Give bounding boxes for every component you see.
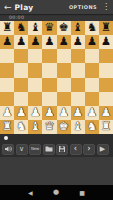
dropdown-button[interactable]: ∨ xyxy=(16,144,28,155)
square-e5[interactable] xyxy=(57,63,71,77)
nav-back-icon[interactable]: ◀ xyxy=(28,190,33,196)
open-button[interactable] xyxy=(43,144,55,155)
white-bishop: ♝ xyxy=(30,121,40,133)
android-nav-bar: ◀ ● ■ xyxy=(0,185,113,200)
square-b5[interactable] xyxy=(14,63,28,77)
chevron-right-icon: › xyxy=(87,145,90,153)
white-pawn: ♟ xyxy=(44,107,54,119)
square-e4[interactable] xyxy=(57,78,71,92)
square-g6[interactable] xyxy=(85,49,99,63)
speaker-icon xyxy=(4,145,12,153)
square-c4[interactable] xyxy=(28,78,42,92)
square-e7[interactable]: ♟ xyxy=(57,35,71,49)
page-title: Play xyxy=(15,3,34,12)
square-g4[interactable] xyxy=(85,78,99,92)
square-c6[interactable] xyxy=(28,49,42,63)
play-button[interactable]: ▶ xyxy=(97,144,109,155)
folder-icon xyxy=(45,145,53,153)
black-pawn: ♟ xyxy=(30,36,40,48)
square-a1[interactable]: ♜ xyxy=(0,120,14,134)
square-f6[interactable] xyxy=(71,49,85,63)
square-h7[interactable]: ♟ xyxy=(99,35,113,49)
square-d1[interactable]: ♛ xyxy=(42,120,56,134)
new-game-label: New xyxy=(31,147,39,151)
white-rook: ♜ xyxy=(101,121,111,133)
sound-button[interactable] xyxy=(2,144,14,155)
step-back-button[interactable]: ‹ xyxy=(70,144,82,155)
move-indicator-strip xyxy=(0,134,113,141)
white-knight: ♞ xyxy=(87,121,97,133)
black-pawn: ♟ xyxy=(73,36,83,48)
white-pawn: ♟ xyxy=(101,107,111,119)
black-bishop: ♝ xyxy=(73,22,83,34)
white-pawn: ♟ xyxy=(73,107,83,119)
white-bishop: ♝ xyxy=(73,121,83,133)
black-rook: ♜ xyxy=(101,22,111,34)
app-bar: ← Play OPTIONS ⋮ xyxy=(0,0,113,14)
new-game-button[interactable]: New xyxy=(29,144,41,155)
white-to-move-indicator xyxy=(4,136,8,140)
square-d6[interactable] xyxy=(42,49,56,63)
black-knight: ♞ xyxy=(16,22,26,34)
square-h4[interactable] xyxy=(99,78,113,92)
white-pawn: ♟ xyxy=(16,107,26,119)
lower-panel xyxy=(0,157,113,185)
square-f4[interactable] xyxy=(71,78,85,92)
square-g5[interactable] xyxy=(85,63,99,77)
black-pawn: ♟ xyxy=(87,36,97,48)
chevron-down-icon: ∨ xyxy=(19,146,24,153)
white-pawn: ♟ xyxy=(30,107,40,119)
nav-recents-icon[interactable]: ■ xyxy=(79,190,85,196)
black-pawn: ♟ xyxy=(58,36,68,48)
black-pawn: ♟ xyxy=(44,36,54,48)
square-b4[interactable] xyxy=(14,78,28,92)
chess-board[interactable]: ♜♞♝♛♚♝♞♜♟♟♟♟♟♟♟♟♟♟♟♟♟♟♟♟♜♞♝♛♚♝♞♜ xyxy=(0,21,113,134)
step-forward-button[interactable]: › xyxy=(83,144,95,155)
black-rook: ♜ xyxy=(2,22,12,34)
square-b7[interactable]: ♟ xyxy=(14,35,28,49)
play-icon: ▶ xyxy=(100,146,105,153)
chevron-left-icon: ‹ xyxy=(74,145,77,153)
black-pawn: ♟ xyxy=(101,36,111,48)
square-g7[interactable]: ♟ xyxy=(85,35,99,49)
square-d7[interactable]: ♟ xyxy=(42,35,56,49)
square-a5[interactable] xyxy=(0,63,14,77)
square-h6[interactable] xyxy=(99,49,113,63)
white-pawn: ♟ xyxy=(87,107,97,119)
square-f5[interactable] xyxy=(71,63,85,77)
black-knight: ♞ xyxy=(87,22,97,34)
black-pawn: ♟ xyxy=(16,36,26,48)
white-queen: ♛ xyxy=(44,121,54,133)
nav-home-icon[interactable]: ● xyxy=(53,189,59,196)
square-f1[interactable]: ♝ xyxy=(71,120,85,134)
square-e6[interactable] xyxy=(57,49,71,63)
white-rook: ♜ xyxy=(2,121,12,133)
white-king: ♚ xyxy=(58,121,68,133)
overflow-menu-icon[interactable]: ⋮ xyxy=(101,0,113,14)
square-e1[interactable]: ♚ xyxy=(57,120,71,134)
black-queen: ♛ xyxy=(44,22,54,34)
square-c1[interactable]: ♝ xyxy=(28,120,42,134)
square-f7[interactable]: ♟ xyxy=(71,35,85,49)
black-bishop: ♝ xyxy=(30,22,40,34)
square-a7[interactable]: ♟ xyxy=(0,35,14,49)
square-d4[interactable] xyxy=(42,78,56,92)
square-h1[interactable]: ♜ xyxy=(99,120,113,134)
save-button[interactable] xyxy=(56,144,68,155)
black-pawn: ♟ xyxy=(2,36,12,48)
options-button[interactable]: OPTIONS xyxy=(65,4,101,10)
square-b6[interactable] xyxy=(14,49,28,63)
square-b1[interactable]: ♞ xyxy=(14,120,28,134)
back-arrow-icon[interactable]: ← xyxy=(0,0,15,14)
save-icon xyxy=(58,145,66,153)
square-h5[interactable] xyxy=(99,63,113,77)
white-knight: ♞ xyxy=(16,121,26,133)
game-toolbar: ∨ New ‹ › ▶ xyxy=(0,141,113,157)
square-a6[interactable] xyxy=(0,49,14,63)
square-a4[interactable] xyxy=(0,78,14,92)
white-pawn: ♟ xyxy=(58,107,68,119)
black-king: ♚ xyxy=(58,22,68,34)
square-d5[interactable] xyxy=(42,63,56,77)
white-pawn: ♟ xyxy=(2,107,12,119)
square-c7[interactable]: ♟ xyxy=(28,35,42,49)
square-g1[interactable]: ♞ xyxy=(85,120,99,134)
square-c5[interactable] xyxy=(28,63,42,77)
